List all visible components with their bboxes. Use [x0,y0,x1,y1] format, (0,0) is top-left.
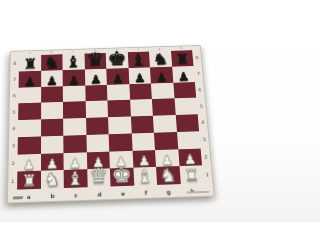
square-d7[interactable]: ♟ [84,69,106,86]
white-bishop: ♝ [136,167,154,186]
file-label: a [27,193,31,200]
square-b1[interactable]: ♞ [40,170,63,189]
white-bishop: ♝ [67,169,84,188]
square-g1[interactable]: ♞ [156,166,180,185]
white-pawn: ♟ [46,157,58,171]
square-e2[interactable]: ♟ [109,150,133,168]
square-h4[interactable] [175,114,199,132]
square-a1[interactable]: ♜ [17,171,40,190]
square-e5[interactable] [107,100,130,117]
square-h1[interactable]: ♜ [179,166,204,185]
square-c6[interactable] [63,85,85,102]
square-f2[interactable]: ♟ [132,150,156,168]
file-label: c [72,50,74,53]
black-pawn: ♟ [46,74,58,86]
square-d2[interactable]: ♟ [86,151,110,169]
square-b4[interactable] [41,119,64,137]
black-knight: ♞ [152,51,169,67]
rank-label: 1 [205,171,209,177]
square-e1[interactable]: ♚ [110,168,134,187]
white-pawn: ♟ [183,153,196,166]
white-pawn: ♟ [69,157,82,171]
square-c7[interactable]: ♟ [63,69,85,86]
rank-label: 2 [204,154,208,160]
square-h6[interactable] [173,82,196,99]
white-rook: ♜ [183,167,199,184]
square-b7[interactable]: ♟ [41,70,63,87]
file-label: b [50,192,54,199]
black-bishop: ♝ [65,53,81,69]
file-label: e [116,48,118,51]
file-label: f [144,189,147,196]
square-a8[interactable]: ♜ [19,55,41,71]
square-e7[interactable]: ♟ [106,68,129,85]
rank-label: 4 [12,126,15,132]
square-f3[interactable] [131,133,155,151]
black-pawn: ♟ [133,71,145,83]
fine-print-text [186,190,209,193]
rank-label: 5 [12,109,15,114]
square-a7[interactable]: ♟ [19,71,41,88]
square-f7[interactable]: ♟ [128,67,151,84]
chess-board-mat: abcdefgh 87654321 87654321 ♜♞♝♛♚♝♞♜♟♟♟♟♟… [7,45,215,204]
square-a3[interactable] [18,136,41,154]
square-f5[interactable] [130,99,153,116]
square-g5[interactable] [152,99,175,116]
rank-label: 5 [199,103,202,108]
square-h7[interactable]: ♟ [172,66,195,83]
square-f6[interactable] [129,83,152,100]
white-pawn: ♟ [115,155,128,168]
square-g3[interactable] [154,132,178,150]
square-c4[interactable] [63,118,86,136]
white-pawn: ♟ [161,153,174,166]
square-d5[interactable] [85,101,108,118]
black-rook: ♜ [174,52,189,67]
square-b6[interactable] [41,86,63,103]
file-labels-bottom: abcdefgh [17,187,205,200]
black-pawn: ♟ [90,73,102,85]
rank-label: 8 [13,61,16,66]
black-pawn: ♟ [24,75,36,87]
white-knight: ♞ [159,166,177,185]
white-pawn: ♟ [92,156,105,169]
square-a2[interactable]: ♟ [17,153,40,171]
white-rook: ♜ [21,173,36,190]
square-d1[interactable]: ♛ [87,169,111,188]
file-label: d [97,191,101,198]
rank-label: 6 [198,87,201,92]
file-label: c [74,191,78,198]
square-g4[interactable] [153,115,177,133]
file-label: b [51,50,53,53]
square-b2[interactable]: ♟ [41,153,64,171]
rank-label: 7 [197,71,200,76]
black-rook: ♜ [23,57,37,72]
square-b3[interactable] [41,136,64,154]
square-d6[interactable] [85,84,108,101]
square-d4[interactable] [86,117,109,135]
chess-board: ♜♞♝♛♚♝♞♜♟♟♟♟♟♟♟♟♟♟♟♟♟♟♟♟♜♞♝♛♚♝♞♜ [17,50,204,189]
rank-label: 6 [13,93,16,98]
file-label: g [158,47,160,50]
file-label: f [137,48,138,51]
square-f4[interactable] [130,116,153,134]
square-a5[interactable] [18,103,41,120]
square-g6[interactable] [151,82,174,99]
square-b5[interactable] [41,102,63,119]
square-e4[interactable] [108,116,131,134]
square-g7[interactable]: ♟ [150,66,173,83]
square-g2[interactable]: ♟ [155,149,179,167]
black-pawn: ♟ [68,73,80,85]
square-c8[interactable]: ♝ [62,54,84,70]
black-pawn: ♟ [112,72,124,84]
photo-background: abcdefgh 87654321 87654321 ♜♞♝♛♚♝♞♜♟♟♟♟♟… [0,0,222,222]
white-pawn: ♟ [23,158,35,172]
square-e3[interactable] [109,133,132,151]
rank-label: 2 [11,160,14,166]
square-c2[interactable]: ♟ [63,152,86,170]
brand-mark [12,196,23,199]
square-f8[interactable]: ♝ [127,52,150,68]
white-queen: ♛ [89,166,109,188]
white-knight: ♞ [44,170,61,189]
square-g8[interactable]: ♞ [149,51,172,67]
black-pawn: ♟ [177,70,190,82]
file-label: e [121,190,125,197]
file-label: d [94,49,96,52]
white-pawn: ♟ [138,154,151,167]
square-a4[interactable] [18,119,41,137]
square-f1[interactable]: ♝ [133,167,157,186]
file-label: g [166,188,171,195]
square-a6[interactable] [18,87,40,104]
square-d3[interactable] [86,134,109,152]
square-e8[interactable]: ♚ [106,52,128,68]
file-label: h [180,46,182,49]
square-d8[interactable]: ♛ [84,53,106,69]
square-c5[interactable] [63,101,86,118]
black-pawn: ♟ [155,71,168,83]
square-h5[interactable] [174,98,198,115]
rank-label: 3 [12,143,15,149]
square-h3[interactable] [177,131,201,149]
square-c3[interactable] [63,135,86,153]
rank-label: 1 [11,178,14,184]
rank-label: 3 [202,137,206,143]
black-knight: ♞ [44,54,60,70]
square-h2[interactable]: ♟ [178,148,202,166]
black-queen: ♛ [86,50,105,69]
square-h8[interactable]: ♜ [171,50,194,66]
square-e6[interactable] [107,84,130,101]
square-b8[interactable]: ♞ [41,54,63,70]
black-bishop: ♝ [130,51,147,67]
rank-label: 8 [195,55,198,60]
rank-label: 4 [201,120,205,125]
rank-label: 7 [13,77,16,82]
square-c1[interactable]: ♝ [64,169,88,188]
file-label: a [29,51,31,54]
